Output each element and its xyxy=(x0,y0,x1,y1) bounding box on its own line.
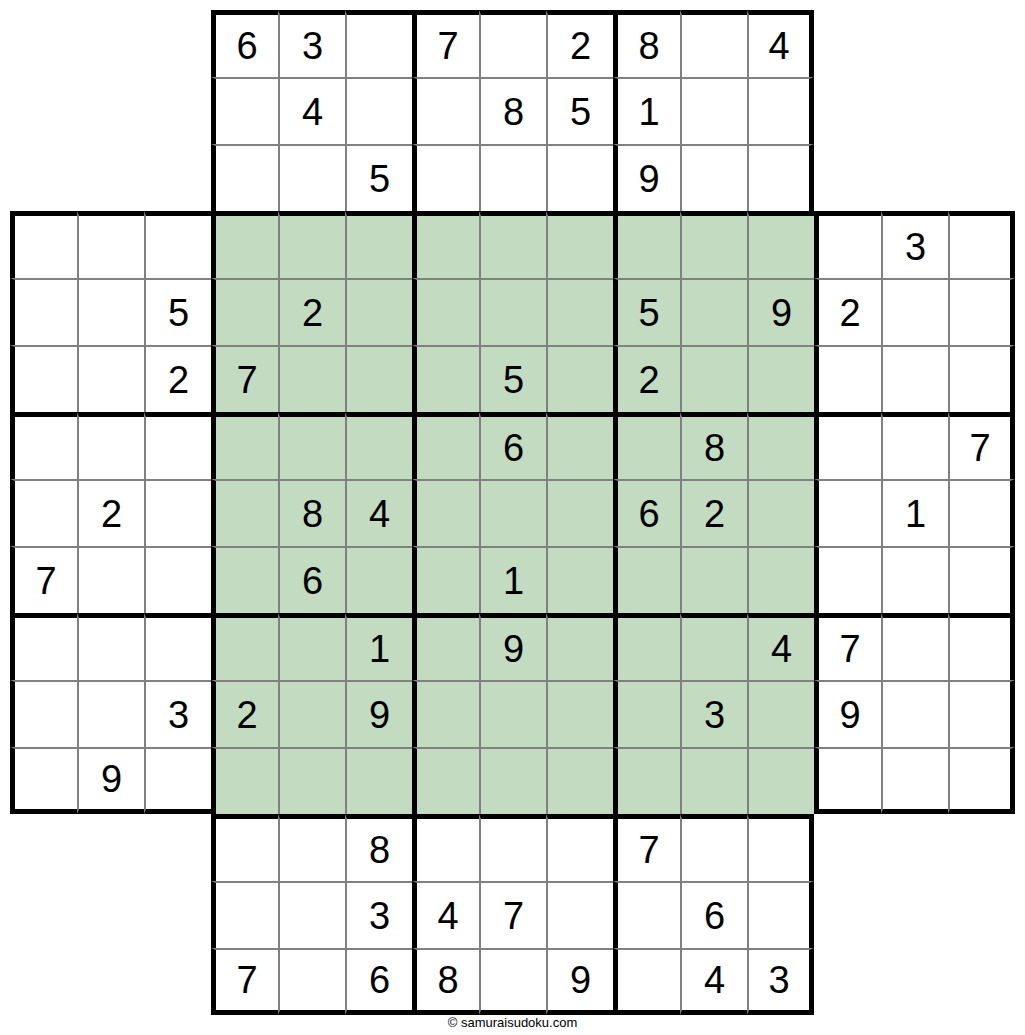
cell-r10c14[interactable] xyxy=(948,680,1015,747)
cell-r14c4[interactable] xyxy=(278,948,345,1015)
cell-r1c9: 1 xyxy=(613,77,680,144)
cell-r11c8[interactable] xyxy=(546,747,613,814)
cell-r13c9[interactable] xyxy=(613,881,680,948)
cell-r11c11[interactable] xyxy=(747,747,814,814)
cell-r6c4[interactable] xyxy=(278,412,345,479)
cell-r0c8: 2 xyxy=(546,10,613,77)
cell-r12c4[interactable] xyxy=(278,814,345,881)
void-corner xyxy=(144,881,211,948)
cell-r5c3: 7 xyxy=(211,345,278,412)
cell-r4c0[interactable] xyxy=(10,278,77,345)
cell-r10c12: 9 xyxy=(814,680,881,747)
cell-r3c7[interactable] xyxy=(479,211,546,278)
cell-r11c2[interactable] xyxy=(144,747,211,814)
footer-credit: © samuraisudoku.com xyxy=(0,1015,1025,1035)
void-corner xyxy=(814,881,881,948)
cell-r9c3[interactable] xyxy=(211,613,278,680)
flower-sudoku-board: 6372844851593525922752687284621761194732… xyxy=(10,10,1015,1015)
cell-r4c12: 2 xyxy=(814,278,881,345)
cell-r13c11[interactable] xyxy=(747,881,814,948)
cell-r12c9: 7 xyxy=(613,814,680,881)
cell-r12c8[interactable] xyxy=(546,814,613,881)
cell-r5c10[interactable] xyxy=(680,345,747,412)
cell-r13c10: 6 xyxy=(680,881,747,948)
cell-r4c7[interactable] xyxy=(479,278,546,345)
cell-r3c9[interactable] xyxy=(613,211,680,278)
cell-r8c9[interactable] xyxy=(613,546,680,613)
cell-r13c7: 7 xyxy=(479,881,546,948)
void-corner xyxy=(881,948,948,1015)
cell-r3c6[interactable] xyxy=(412,211,479,278)
cell-r9c9[interactable] xyxy=(613,613,680,680)
cell-r8c2[interactable] xyxy=(144,546,211,613)
cell-r8c11[interactable] xyxy=(747,546,814,613)
void-corner xyxy=(144,948,211,1015)
cell-r9c5: 1 xyxy=(345,613,412,680)
void-corner xyxy=(814,948,881,1015)
cell-r5c8[interactable] xyxy=(546,345,613,412)
void-corner xyxy=(10,144,77,211)
cell-r0c5[interactable] xyxy=(345,10,412,77)
cell-r5c2: 2 xyxy=(144,345,211,412)
cell-r12c6[interactable] xyxy=(412,814,479,881)
cell-r9c6[interactable] xyxy=(412,613,479,680)
void-corner xyxy=(77,948,144,1015)
cell-r9c14[interactable] xyxy=(948,613,1015,680)
cell-r7c5: 4 xyxy=(345,479,412,546)
cell-r8c8[interactable] xyxy=(546,546,613,613)
cell-r3c13: 3 xyxy=(881,211,948,278)
cell-r4c6[interactable] xyxy=(412,278,479,345)
void-corner xyxy=(77,881,144,948)
void-corner xyxy=(10,814,77,881)
cell-r7c12[interactable] xyxy=(814,479,881,546)
cell-r3c14[interactable] xyxy=(948,211,1015,278)
cell-r0c4: 3 xyxy=(278,10,345,77)
cell-r11c0[interactable] xyxy=(10,747,77,814)
cell-r4c2: 5 xyxy=(144,278,211,345)
cell-r6c9[interactable] xyxy=(613,412,680,479)
cell-r3c2[interactable] xyxy=(144,211,211,278)
cell-r2c8[interactable] xyxy=(546,144,613,211)
cell-r5c7: 5 xyxy=(479,345,546,412)
cell-r11c4[interactable] xyxy=(278,747,345,814)
cell-r9c12: 7 xyxy=(814,613,881,680)
cell-r8c10[interactable] xyxy=(680,546,747,613)
cell-r10c3: 2 xyxy=(211,680,278,747)
void-corner xyxy=(948,144,1015,211)
cell-r6c12[interactable] xyxy=(814,412,881,479)
void-corner xyxy=(77,77,144,144)
cell-r0c11: 4 xyxy=(747,10,814,77)
void-corner xyxy=(10,881,77,948)
void-corner xyxy=(10,10,77,77)
cell-r4c14[interactable] xyxy=(948,278,1015,345)
cell-r8c1[interactable] xyxy=(77,546,144,613)
cell-r7c0[interactable] xyxy=(10,479,77,546)
cell-r13c4[interactable] xyxy=(278,881,345,948)
cell-r10c9[interactable] xyxy=(613,680,680,747)
cell-r7c9: 6 xyxy=(613,479,680,546)
cell-r6c10: 8 xyxy=(680,412,747,479)
cell-r6c0[interactable] xyxy=(10,412,77,479)
cell-r6c7: 6 xyxy=(479,412,546,479)
void-corner xyxy=(144,144,211,211)
cell-r8c12[interactable] xyxy=(814,546,881,613)
void-corner xyxy=(10,77,77,144)
cell-r10c1[interactable] xyxy=(77,680,144,747)
cell-r8c3[interactable] xyxy=(211,546,278,613)
cell-r3c1[interactable] xyxy=(77,211,144,278)
void-corner xyxy=(881,77,948,144)
void-corner xyxy=(77,10,144,77)
cell-r6c1[interactable] xyxy=(77,412,144,479)
cell-r2c4[interactable] xyxy=(278,144,345,211)
void-corner xyxy=(948,814,1015,881)
cell-r6c6[interactable] xyxy=(412,412,479,479)
cell-r10c4[interactable] xyxy=(278,680,345,747)
cell-r10c13[interactable] xyxy=(881,680,948,747)
void-corner xyxy=(77,814,144,881)
cell-r7c14[interactable] xyxy=(948,479,1015,546)
cell-r0c7[interactable] xyxy=(479,10,546,77)
cell-r5c14[interactable] xyxy=(948,345,1015,412)
cell-r6c13[interactable] xyxy=(881,412,948,479)
cell-r12c7[interactable] xyxy=(479,814,546,881)
cell-r2c11[interactable] xyxy=(747,144,814,211)
cell-r6c3[interactable] xyxy=(211,412,278,479)
cell-r2c5: 5 xyxy=(345,144,412,211)
cell-r4c10[interactable] xyxy=(680,278,747,345)
cell-r2c7[interactable] xyxy=(479,144,546,211)
cell-r14c11: 3 xyxy=(747,948,814,1015)
cell-r1c3[interactable] xyxy=(211,77,278,144)
cell-r8c14[interactable] xyxy=(948,546,1015,613)
cell-r11c10[interactable] xyxy=(680,747,747,814)
cell-r11c7[interactable] xyxy=(479,747,546,814)
void-corner xyxy=(814,77,881,144)
cell-r4c9: 5 xyxy=(613,278,680,345)
void-corner xyxy=(814,814,881,881)
void-corner xyxy=(10,948,77,1015)
cell-r6c11[interactable] xyxy=(747,412,814,479)
cell-r5c9: 2 xyxy=(613,345,680,412)
cell-r13c3[interactable] xyxy=(211,881,278,948)
cell-r7c6[interactable] xyxy=(412,479,479,546)
cell-r2c9: 9 xyxy=(613,144,680,211)
cell-r10c11[interactable] xyxy=(747,680,814,747)
cell-r1c5[interactable] xyxy=(345,77,412,144)
cell-r6c2[interactable] xyxy=(144,412,211,479)
cell-r14c9[interactable] xyxy=(613,948,680,1015)
cell-r0c6: 7 xyxy=(412,10,479,77)
cell-r11c5[interactable] xyxy=(345,747,412,814)
cell-r14c10: 4 xyxy=(680,948,747,1015)
cell-r14c3: 7 xyxy=(211,948,278,1015)
cell-r11c12[interactable] xyxy=(814,747,881,814)
cell-r14c6: 8 xyxy=(412,948,479,1015)
cell-r6c14: 7 xyxy=(948,412,1015,479)
cell-r3c0[interactable] xyxy=(10,211,77,278)
void-corner xyxy=(948,948,1015,1015)
cell-r1c10[interactable] xyxy=(680,77,747,144)
cell-r1c8: 5 xyxy=(546,77,613,144)
cell-r2c10[interactable] xyxy=(680,144,747,211)
cell-r5c0[interactable] xyxy=(10,345,77,412)
cell-r4c3[interactable] xyxy=(211,278,278,345)
cell-r8c5[interactable] xyxy=(345,546,412,613)
void-corner xyxy=(144,77,211,144)
cell-r2c3[interactable] xyxy=(211,144,278,211)
cell-r2c6[interactable] xyxy=(412,144,479,211)
cell-r0c3: 6 xyxy=(211,10,278,77)
cell-r7c1: 2 xyxy=(77,479,144,546)
cell-r3c8[interactable] xyxy=(546,211,613,278)
cell-r8c13[interactable] xyxy=(881,546,948,613)
cell-r4c13[interactable] xyxy=(881,278,948,345)
cell-r3c11[interactable] xyxy=(747,211,814,278)
cell-r1c6[interactable] xyxy=(412,77,479,144)
void-corner xyxy=(77,144,144,211)
cell-r7c2[interactable] xyxy=(144,479,211,546)
void-corner xyxy=(144,814,211,881)
cell-r7c8[interactable] xyxy=(546,479,613,546)
cell-r14c5: 6 xyxy=(345,948,412,1015)
void-corner xyxy=(814,144,881,211)
cell-r9c7: 9 xyxy=(479,613,546,680)
cell-r3c12[interactable] xyxy=(814,211,881,278)
cell-r12c5: 8 xyxy=(345,814,412,881)
cell-r10c5: 9 xyxy=(345,680,412,747)
cell-r11c9[interactable] xyxy=(613,747,680,814)
void-corner xyxy=(881,10,948,77)
cell-r5c12[interactable] xyxy=(814,345,881,412)
cell-r10c7[interactable] xyxy=(479,680,546,747)
void-corner xyxy=(948,10,1015,77)
cell-r5c5[interactable] xyxy=(345,345,412,412)
cell-r4c11: 9 xyxy=(747,278,814,345)
cell-r4c4: 2 xyxy=(278,278,345,345)
cell-r9c10[interactable] xyxy=(680,613,747,680)
cell-r3c3[interactable] xyxy=(211,211,278,278)
cell-r6c8[interactable] xyxy=(546,412,613,479)
cell-r9c1[interactable] xyxy=(77,613,144,680)
cell-r8c7: 1 xyxy=(479,546,546,613)
cell-r10c2: 3 xyxy=(144,680,211,747)
void-corner xyxy=(881,881,948,948)
cell-r0c9: 8 xyxy=(613,10,680,77)
void-corner xyxy=(948,77,1015,144)
cell-r1c7: 8 xyxy=(479,77,546,144)
cell-r1c11[interactable] xyxy=(747,77,814,144)
cell-r14c8: 9 xyxy=(546,948,613,1015)
cell-r10c8[interactable] xyxy=(546,680,613,747)
cell-r12c10[interactable] xyxy=(680,814,747,881)
cell-r3c5[interactable] xyxy=(345,211,412,278)
void-corner xyxy=(144,10,211,77)
cell-r13c5: 3 xyxy=(345,881,412,948)
cell-r7c4: 8 xyxy=(278,479,345,546)
cell-r10c10: 3 xyxy=(680,680,747,747)
cell-r6c5[interactable] xyxy=(345,412,412,479)
cell-r3c10[interactable] xyxy=(680,211,747,278)
cell-r4c5[interactable] xyxy=(345,278,412,345)
cell-r11c13[interactable] xyxy=(881,747,948,814)
cell-r9c2[interactable] xyxy=(144,613,211,680)
cell-r4c1[interactable] xyxy=(77,278,144,345)
cell-r12c11[interactable] xyxy=(747,814,814,881)
void-corner xyxy=(881,144,948,211)
cell-r13c8[interactable] xyxy=(546,881,613,948)
cell-r8c6[interactable] xyxy=(412,546,479,613)
cell-r10c6[interactable] xyxy=(412,680,479,747)
cell-r14c7[interactable] xyxy=(479,948,546,1015)
cell-r9c4[interactable] xyxy=(278,613,345,680)
cell-r9c13[interactable] xyxy=(881,613,948,680)
cell-r8c0: 7 xyxy=(10,546,77,613)
cell-r7c11[interactable] xyxy=(747,479,814,546)
cell-r9c0[interactable] xyxy=(10,613,77,680)
cell-r5c1[interactable] xyxy=(77,345,144,412)
cell-r8c4: 6 xyxy=(278,546,345,613)
void-corner xyxy=(881,814,948,881)
cell-r7c3[interactable] xyxy=(211,479,278,546)
void-corner xyxy=(948,881,1015,948)
cell-r9c8[interactable] xyxy=(546,613,613,680)
void-corner xyxy=(814,10,881,77)
cell-r1c4: 4 xyxy=(278,77,345,144)
cell-r11c14[interactable] xyxy=(948,747,1015,814)
cell-r3c4[interactable] xyxy=(278,211,345,278)
cell-r12c3[interactable] xyxy=(211,814,278,881)
cell-r11c6[interactable] xyxy=(412,747,479,814)
cell-r0c10[interactable] xyxy=(680,10,747,77)
cell-r5c13[interactable] xyxy=(881,345,948,412)
cell-r11c1: 9 xyxy=(77,747,144,814)
cell-r7c10: 2 xyxy=(680,479,747,546)
cell-r5c4[interactable] xyxy=(278,345,345,412)
cell-r11c3[interactable] xyxy=(211,747,278,814)
cell-r7c13: 1 xyxy=(881,479,948,546)
cell-r4c8[interactable] xyxy=(546,278,613,345)
cell-r9c11: 4 xyxy=(747,613,814,680)
cell-r5c6[interactable] xyxy=(412,345,479,412)
cell-r5c11[interactable] xyxy=(747,345,814,412)
cell-r7c7[interactable] xyxy=(479,479,546,546)
cell-r10c0[interactable] xyxy=(10,680,77,747)
cell-r13c6: 4 xyxy=(412,881,479,948)
